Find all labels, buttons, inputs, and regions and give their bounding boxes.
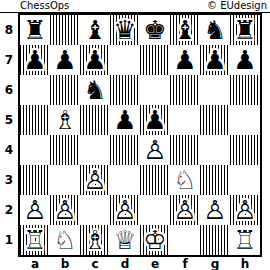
file-label-c: c [80, 257, 110, 270]
square-c4[interactable] [80, 135, 110, 165]
square-d5[interactable]: ♟ [110, 105, 140, 135]
square-h1[interactable]: ♖ [230, 225, 260, 255]
square-g5[interactable] [200, 105, 230, 135]
piece-white-pawn-d2: ♙ [113, 195, 136, 225]
square-a8[interactable]: ♜ [20, 15, 50, 45]
square-a2[interactable]: ♙ [20, 195, 50, 225]
square-f5[interactable] [170, 105, 200, 135]
piece-black-rook-a8: ♜ [23, 15, 46, 45]
piece-black-queen-d8: ♛ [113, 15, 136, 45]
piece-black-knight-g8: ♞ [203, 15, 226, 45]
square-h5[interactable] [230, 105, 260, 135]
rank-label-8: 8 [0, 15, 18, 45]
piece-white-pawn-h2: ♙ [233, 195, 256, 225]
square-b7[interactable]: ♟ [50, 45, 80, 75]
square-d4[interactable] [110, 135, 140, 165]
square-b3[interactable] [50, 165, 80, 195]
square-c3[interactable]: ♙ [80, 165, 110, 195]
piece-black-rook-h8: ♜ [233, 15, 256, 45]
square-d7[interactable] [110, 45, 140, 75]
square-h3[interactable] [230, 165, 260, 195]
board-area: 87654321 ♜♝♛♚♝♞♜♟♟♟♟♟♟♞♗♟♟♙♙♘♙♙♙♙♙♙♖♘♗♕♔… [0, 13, 270, 257]
square-c5[interactable] [80, 105, 110, 135]
credit-label: © EUdesign [207, 0, 267, 11]
rank-label-4: 4 [0, 135, 18, 165]
square-g2[interactable]: ♙ [200, 195, 230, 225]
piece-white-bishop-c1: ♗ [83, 225, 106, 255]
piece-black-bishop-f8: ♝ [173, 15, 196, 45]
piece-white-rook-a1: ♖ [23, 225, 46, 255]
piece-white-pawn-f2: ♙ [173, 195, 196, 225]
piece-black-bishop-c8: ♝ [83, 15, 106, 45]
piece-black-pawn-c7: ♟ [83, 45, 106, 75]
square-c1[interactable]: ♗ [80, 225, 110, 255]
piece-white-pawn-b2: ♙ [53, 195, 76, 225]
square-e7[interactable] [140, 45, 170, 75]
square-f4[interactable] [170, 135, 200, 165]
piece-black-pawn-d5: ♟ [113, 105, 136, 135]
square-g7[interactable]: ♟ [200, 45, 230, 75]
square-f7[interactable]: ♟ [170, 45, 200, 75]
square-c8[interactable]: ♝ [80, 15, 110, 45]
square-b6[interactable] [50, 75, 80, 105]
square-g1[interactable] [200, 225, 230, 255]
square-g6[interactable] [200, 75, 230, 105]
square-c7[interactable]: ♟ [80, 45, 110, 75]
file-label-e: e [140, 257, 170, 270]
file-label-f: f [170, 257, 200, 270]
rank-labels: 87654321 [0, 13, 18, 257]
square-e4[interactable]: ♙ [140, 135, 170, 165]
square-e5[interactable]: ♟ [140, 105, 170, 135]
app-title: ChessOps [20, 0, 69, 11]
rank-label-2: 2 [0, 195, 18, 225]
piece-black-pawn-f7: ♟ [173, 45, 196, 75]
square-a3[interactable] [20, 165, 50, 195]
file-label-a: a [20, 257, 50, 270]
piece-black-king-e8: ♚ [143, 15, 166, 45]
piece-white-queen-d1: ♕ [113, 225, 136, 255]
square-g3[interactable] [200, 165, 230, 195]
square-e6[interactable] [140, 75, 170, 105]
square-f6[interactable] [170, 75, 200, 105]
piece-black-pawn-h7: ♟ [233, 45, 256, 75]
piece-white-knight-b1: ♘ [53, 225, 76, 255]
square-b5[interactable]: ♗ [50, 105, 80, 135]
square-a5[interactable] [20, 105, 50, 135]
square-g8[interactable]: ♞ [200, 15, 230, 45]
square-d3[interactable] [110, 165, 140, 195]
square-e2[interactable] [140, 195, 170, 225]
square-e8[interactable]: ♚ [140, 15, 170, 45]
rank-label-7: 7 [0, 45, 18, 75]
square-e1[interactable]: ♔ [140, 225, 170, 255]
piece-black-pawn-e5: ♟ [143, 105, 166, 135]
square-h7[interactable]: ♟ [230, 45, 260, 75]
square-a4[interactable] [20, 135, 50, 165]
piece-white-pawn-c3: ♙ [83, 165, 106, 195]
square-c6[interactable]: ♞ [80, 75, 110, 105]
square-h2[interactable]: ♙ [230, 195, 260, 225]
piece-white-king-e1: ♔ [143, 225, 166, 255]
square-d2[interactable]: ♙ [110, 195, 140, 225]
rank-label-1: 1 [0, 225, 18, 255]
square-d1[interactable]: ♕ [110, 225, 140, 255]
square-c2[interactable] [80, 195, 110, 225]
square-b8[interactable] [50, 15, 80, 45]
square-f2[interactable]: ♙ [170, 195, 200, 225]
file-label-g: g [200, 257, 230, 270]
piece-white-pawn-e4: ♙ [143, 135, 166, 165]
piece-black-pawn-a7: ♟ [23, 45, 46, 75]
square-a1[interactable]: ♖ [20, 225, 50, 255]
square-h8[interactable]: ♜ [230, 15, 260, 45]
square-g4[interactable] [200, 135, 230, 165]
rank-label-6: 6 [0, 75, 18, 105]
rank-label-3: 3 [0, 165, 18, 195]
square-f3[interactable]: ♘ [170, 165, 200, 195]
file-label-b: b [50, 257, 80, 270]
square-b2[interactable]: ♙ [50, 195, 80, 225]
piece-white-pawn-g2: ♙ [203, 195, 226, 225]
square-h4[interactable] [230, 135, 260, 165]
file-label-h: h [230, 257, 260, 270]
square-b4[interactable] [50, 135, 80, 165]
square-f8[interactable]: ♝ [170, 15, 200, 45]
piece-white-rook-h1: ♖ [233, 225, 256, 255]
square-a7[interactable]: ♟ [20, 45, 50, 75]
piece-black-knight-c6: ♞ [83, 75, 106, 105]
piece-white-pawn-a2: ♙ [23, 195, 46, 225]
square-f1[interactable] [170, 225, 200, 255]
file-label-d: d [110, 257, 140, 270]
square-b1[interactable]: ♘ [50, 225, 80, 255]
square-d6[interactable] [110, 75, 140, 105]
square-e3[interactable] [140, 165, 170, 195]
rank-label-5: 5 [0, 105, 18, 135]
piece-black-pawn-b7: ♟ [53, 45, 76, 75]
header-bar: ChessOps © EUdesign [0, 0, 270, 13]
piece-white-knight-f3: ♘ [173, 165, 196, 195]
piece-white-bishop-b5: ♗ [53, 105, 76, 135]
file-labels: abcdefgh [18, 257, 270, 270]
chess-board: ♜♝♛♚♝♞♜♟♟♟♟♟♟♞♗♟♟♙♙♘♙♙♙♙♙♙♖♘♗♕♔♖ [18, 13, 262, 257]
square-d8[interactable]: ♛ [110, 15, 140, 45]
square-h6[interactable] [230, 75, 260, 105]
piece-black-pawn-g7: ♟ [203, 45, 226, 75]
square-a6[interactable] [20, 75, 50, 105]
